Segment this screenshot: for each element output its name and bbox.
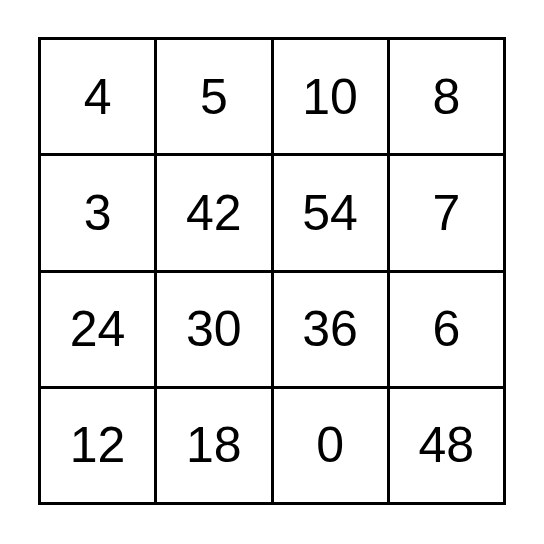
grid-cell-r1c1[interactable]: 4 — [41, 40, 154, 153]
grid-cell-r3c1[interactable]: 24 — [41, 273, 154, 386]
grid-cell-r2c3[interactable]: 54 — [274, 156, 387, 269]
grid-cell-r1c2[interactable]: 5 — [157, 40, 270, 153]
grid-cell-r4c2[interactable]: 18 — [157, 389, 270, 502]
grid-cell-r3c3[interactable]: 36 — [274, 273, 387, 386]
grid-cell-r1c4[interactable]: 8 — [390, 40, 503, 153]
grid-cell-r4c3[interactable]: 0 — [274, 389, 387, 502]
grid-cell-r2c2[interactable]: 42 — [157, 156, 270, 269]
grid-cell-r1c3[interactable]: 10 — [274, 40, 387, 153]
grid-cell-r4c4[interactable]: 48 — [390, 389, 503, 502]
grid-cell-r2c4[interactable]: 7 — [390, 156, 503, 269]
grid-cell-r3c2[interactable]: 30 — [157, 273, 270, 386]
grid-cell-r4c1[interactable]: 12 — [41, 389, 154, 502]
puzzle-board: 4510834254724303661218048 — [38, 37, 506, 505]
grid-cell-r2c1[interactable]: 3 — [41, 156, 154, 269]
grid-cell-r3c4[interactable]: 6 — [390, 273, 503, 386]
